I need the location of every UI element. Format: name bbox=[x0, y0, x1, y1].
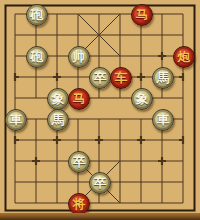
red-general-piece[interactable]: 将 bbox=[68, 193, 90, 215]
olive-horse-piece[interactable]: 馬 bbox=[47, 109, 69, 131]
olive-horse-piece[interactable]: 馬 bbox=[152, 67, 174, 89]
olive-chariot-piece[interactable]: 車 bbox=[5, 109, 27, 131]
olive-general-piece[interactable]: 帅 bbox=[68, 46, 90, 68]
olive-elephant-piece[interactable]: 象 bbox=[131, 88, 153, 110]
red-horse-piece[interactable]: 马 bbox=[68, 88, 90, 110]
olive-soldier-piece[interactable]: 卒 bbox=[89, 172, 111, 194]
olive-cannon-piece[interactable]: 砲 bbox=[26, 4, 48, 26]
red-chariot-piece[interactable]: 车 bbox=[110, 67, 132, 89]
board-bottom-edge bbox=[0, 213, 200, 220]
olive-cannon-piece[interactable]: 砲 bbox=[26, 46, 48, 68]
xiangqi-board[interactable]: 砲马砲帅炮卒车馬象马象車馬車卒卒将 bbox=[0, 0, 200, 220]
red-cannon-piece[interactable]: 炮 bbox=[173, 46, 195, 68]
red-horse-piece[interactable]: 马 bbox=[131, 4, 153, 26]
olive-elephant-piece[interactable]: 象 bbox=[47, 88, 69, 110]
olive-soldier-piece[interactable]: 卒 bbox=[68, 151, 90, 173]
olive-soldier-piece[interactable]: 卒 bbox=[89, 67, 111, 89]
olive-chariot-piece[interactable]: 車 bbox=[152, 109, 174, 131]
